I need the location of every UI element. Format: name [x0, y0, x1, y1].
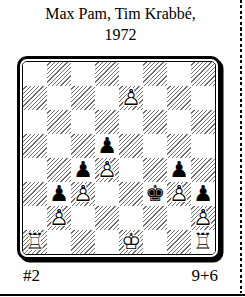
stipulation: #2 [23, 265, 40, 286]
title-authors: Max Pam, Tim Krabbé, [0, 3, 241, 24]
piece-white-pawn: ♟♙ [191, 206, 215, 230]
square-f8 [143, 62, 167, 86]
piece-glyph-outline: ♙ [119, 86, 143, 110]
square-f4 [143, 158, 167, 182]
piece-glyph-outline: ♙ [71, 182, 95, 206]
square-b2: ♟♙ [47, 206, 71, 230]
square-a1: ♜♖ [23, 230, 47, 254]
square-c8 [71, 62, 95, 86]
square-f3: ♚ [143, 182, 167, 206]
piece-black-pawn: ♟ [47, 182, 71, 206]
square-h8 [191, 62, 215, 86]
chess-problem-page: Max Pam, Tim Krabbé, 1972 ♟♙♟♟♟♙♟♟♟♙♚♟♙♟… [0, 0, 245, 297]
square-f6 [143, 110, 167, 134]
square-g4: ♟ [167, 158, 191, 182]
board-grid: ♟♙♟♟♟♙♟♟♟♙♚♟♙♟♟♙♟♙♜♖♚♔♜♖ [23, 62, 215, 254]
square-b1 [47, 230, 71, 254]
piece-glyph-outline: ♙ [167, 182, 191, 206]
square-a6 [23, 110, 47, 134]
piece-white-pawn: ♟♙ [119, 86, 143, 110]
piece-white-pawn: ♟♙ [95, 158, 119, 182]
square-g7 [167, 86, 191, 110]
square-g6 [167, 110, 191, 134]
square-e3 [119, 182, 143, 206]
piece-black-pawn: ♟ [95, 134, 119, 158]
square-e8 [119, 62, 143, 86]
piece-black-pawn: ♟ [71, 158, 95, 182]
square-h2: ♟♙ [191, 206, 215, 230]
square-g3: ♟♙ [167, 182, 191, 206]
piece-glyph-outline: ♖ [191, 230, 215, 254]
square-b5 [47, 134, 71, 158]
square-b7 [47, 86, 71, 110]
piece-white-pawn: ♟♙ [71, 182, 95, 206]
square-c3: ♟♙ [71, 182, 95, 206]
square-e5 [119, 134, 143, 158]
square-b6 [47, 110, 71, 134]
square-b8 [47, 62, 71, 86]
square-h1: ♜♖ [191, 230, 215, 254]
square-d7 [95, 86, 119, 110]
square-e1: ♚♔ [119, 230, 143, 254]
square-f5 [143, 134, 167, 158]
square-e7: ♟♙ [119, 86, 143, 110]
solid-border-bottom [0, 294, 245, 296]
square-a4 [23, 158, 47, 182]
square-c5 [71, 134, 95, 158]
piece-white-pawn: ♟♙ [167, 182, 191, 206]
chess-board-inner-frame: ♟♙♟♟♟♙♟♟♟♙♚♟♙♟♟♙♟♙♜♖♚♔♜♖ [22, 61, 216, 255]
square-d3 [95, 182, 119, 206]
square-g8 [167, 62, 191, 86]
square-c2 [71, 206, 95, 230]
square-a2 [23, 206, 47, 230]
piece-glyph-outline: ♙ [47, 206, 71, 230]
square-d5: ♟ [95, 134, 119, 158]
square-d1 [95, 230, 119, 254]
square-h7 [191, 86, 215, 110]
square-g2 [167, 206, 191, 230]
title-year: 1972 [0, 24, 241, 45]
piece-glyph-outline: ♔ [119, 230, 143, 254]
caption-row: #2 9+6 [0, 265, 241, 286]
piece-glyph-outline: ♙ [191, 206, 215, 230]
square-f1 [143, 230, 167, 254]
piece-black-king: ♚ [143, 182, 167, 206]
square-c1 [71, 230, 95, 254]
chess-board: ♟♙♟♟♟♙♟♟♟♙♚♟♙♟♟♙♟♙♜♖♚♔♜♖ [17, 56, 221, 260]
square-f2 [143, 206, 167, 230]
square-c4: ♟ [71, 158, 95, 182]
piece-black-pawn: ♟ [191, 182, 215, 206]
square-d8 [95, 62, 119, 86]
square-c7 [71, 86, 95, 110]
square-e6 [119, 110, 143, 134]
square-h4 [191, 158, 215, 182]
square-d2 [95, 206, 119, 230]
square-c6 [71, 110, 95, 134]
square-a3 [23, 182, 47, 206]
square-g1 [167, 230, 191, 254]
material-count: 9+6 [191, 265, 218, 286]
square-d4: ♟♙ [95, 158, 119, 182]
square-g5 [167, 134, 191, 158]
piece-glyph-outline: ♙ [95, 158, 119, 182]
square-a5 [23, 134, 47, 158]
piece-white-rook: ♜♖ [23, 230, 47, 254]
square-b4 [47, 158, 71, 182]
piece-black-pawn: ♟ [167, 158, 191, 182]
piece-glyph-outline: ♖ [23, 230, 47, 254]
piece-white-rook: ♜♖ [191, 230, 215, 254]
piece-white-pawn: ♟♙ [47, 206, 71, 230]
square-b3: ♟ [47, 182, 71, 206]
square-e4 [119, 158, 143, 182]
square-h6 [191, 110, 215, 134]
square-a8 [23, 62, 47, 86]
piece-white-king: ♚♔ [119, 230, 143, 254]
square-h3: ♟ [191, 182, 215, 206]
problem-title: Max Pam, Tim Krabbé, 1972 [0, 3, 241, 45]
square-a7 [23, 86, 47, 110]
square-e2 [119, 206, 143, 230]
dashed-border-right [240, 0, 242, 293]
square-f7 [143, 86, 167, 110]
square-d6 [95, 110, 119, 134]
square-h5 [191, 134, 215, 158]
